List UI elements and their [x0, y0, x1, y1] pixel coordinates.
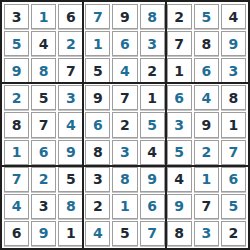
- cell-r2c1[interactable]: 5: [4, 31, 29, 56]
- cell-r2c9[interactable]: 9: [221, 31, 246, 56]
- cell-r7c2[interactable]: 2: [31, 167, 56, 192]
- cell-r1c3[interactable]: 6: [58, 4, 83, 29]
- cell-r5c5[interactable]: 2: [112, 112, 137, 137]
- cell-value: 7: [66, 64, 76, 78]
- cell-value: 8: [120, 172, 130, 186]
- cell-value: 1: [201, 172, 211, 186]
- cell-r4c2[interactable]: 5: [31, 85, 56, 110]
- cell-value: 4: [147, 145, 157, 159]
- cell-value: 6: [201, 64, 211, 78]
- cell-r2c3[interactable]: 2: [58, 31, 83, 56]
- cell-r2c6[interactable]: 3: [140, 31, 165, 56]
- cell-r6c8[interactable]: 2: [194, 140, 219, 165]
- cell-r6c6[interactable]: 4: [140, 140, 165, 165]
- box-divider-vertical-2: [165, 2, 167, 248]
- cell-r3c8[interactable]: 6: [194, 58, 219, 83]
- cell-r7c5[interactable]: 8: [112, 167, 137, 192]
- cell-value: 8: [147, 10, 157, 24]
- cell-value: 1: [66, 226, 76, 240]
- cell-r5c2[interactable]: 7: [31, 112, 56, 137]
- cell-value: 5: [174, 145, 184, 159]
- cell-r9c6[interactable]: 7: [140, 221, 165, 246]
- cell-value: 6: [12, 226, 22, 240]
- cell-r3c6[interactable]: 2: [140, 58, 165, 83]
- cell-r2c7[interactable]: 7: [167, 31, 192, 56]
- cell-value: 6: [174, 91, 184, 105]
- cell-value: 1: [39, 10, 49, 24]
- sudoku-grid: 3167982545421637899875421632539716488746…: [2, 2, 248, 248]
- cell-r4c1[interactable]: 2: [4, 85, 29, 110]
- cell-r2c5[interactable]: 6: [112, 31, 137, 56]
- cell-r1c5[interactable]: 9: [112, 4, 137, 29]
- cell-r6c4[interactable]: 8: [85, 140, 110, 165]
- cell-r6c2[interactable]: 6: [31, 140, 56, 165]
- cell-value: 5: [66, 172, 76, 186]
- cell-r4c3[interactable]: 3: [58, 85, 83, 110]
- cell-r9c5[interactable]: 5: [112, 221, 137, 246]
- cell-value: 4: [174, 172, 184, 186]
- cell-r6c5[interactable]: 3: [112, 140, 137, 165]
- cell-r5c6[interactable]: 5: [140, 112, 165, 137]
- cell-value: 2: [120, 118, 130, 132]
- cell-value: 4: [93, 226, 103, 240]
- cell-value: 3: [174, 118, 184, 132]
- cell-value: 6: [120, 37, 130, 51]
- cell-value: 9: [201, 118, 211, 132]
- cell-r9c3[interactable]: 1: [58, 221, 83, 246]
- cell-value: 3: [147, 37, 157, 51]
- cell-value: 8: [39, 64, 49, 78]
- cell-value: 7: [120, 91, 130, 105]
- cell-value: 3: [201, 226, 211, 240]
- cell-r1c2[interactable]: 1: [31, 4, 56, 29]
- cell-value: 5: [120, 226, 130, 240]
- cell-value: 8: [174, 226, 184, 240]
- cell-r9c8[interactable]: 3: [194, 221, 219, 246]
- cell-value: 8: [229, 91, 239, 105]
- cell-value: 9: [66, 145, 76, 159]
- cell-r9c1[interactable]: 6: [4, 221, 29, 246]
- cell-value: 2: [147, 64, 157, 78]
- cell-value: 7: [174, 37, 184, 51]
- cell-r4c9[interactable]: 8: [221, 85, 246, 110]
- cell-r6c3[interactable]: 9: [58, 140, 83, 165]
- cell-r8c5[interactable]: 1: [112, 194, 137, 219]
- cell-r3c5[interactable]: 4: [112, 58, 137, 83]
- cell-value: 2: [174, 10, 184, 24]
- cell-value: 6: [66, 10, 76, 24]
- cell-value: 1: [229, 118, 239, 132]
- cell-r5c3[interactable]: 4: [58, 112, 83, 137]
- cell-r9c4[interactable]: 4: [85, 221, 110, 246]
- cell-value: 9: [147, 172, 157, 186]
- cell-r3c9[interactable]: 3: [221, 58, 246, 83]
- cell-r7c9[interactable]: 6: [221, 167, 246, 192]
- cell-r4c4[interactable]: 9: [85, 85, 110, 110]
- cell-value: 3: [39, 199, 49, 213]
- cell-r7c7[interactable]: 4: [167, 167, 192, 192]
- cell-r7c4[interactable]: 3: [85, 167, 110, 192]
- cell-r7c3[interactable]: 5: [58, 167, 83, 192]
- cell-r8c8[interactable]: 7: [194, 194, 219, 219]
- cell-r2c4[interactable]: 1: [85, 31, 110, 56]
- cell-r3c4[interactable]: 5: [85, 58, 110, 83]
- cell-value: 8: [93, 145, 103, 159]
- cell-r4c8[interactable]: 4: [194, 85, 219, 110]
- cell-value: 3: [93, 172, 103, 186]
- cell-value: 7: [229, 145, 239, 159]
- cell-r6c7[interactable]: 5: [167, 140, 192, 165]
- cell-r8c2[interactable]: 3: [31, 194, 56, 219]
- cell-value: 1: [93, 37, 103, 51]
- cell-value: 2: [93, 199, 103, 213]
- cell-r7c6[interactable]: 9: [140, 167, 165, 192]
- cell-value: 2: [66, 37, 76, 51]
- cell-r9c2[interactable]: 9: [31, 221, 56, 246]
- cell-value: 7: [147, 226, 157, 240]
- cell-value: 2: [39, 172, 49, 186]
- cell-value: 5: [39, 91, 49, 105]
- cell-r1c1[interactable]: 3: [4, 4, 29, 29]
- cell-value: 7: [201, 199, 211, 213]
- cell-r5c1[interactable]: 8: [4, 112, 29, 137]
- box-divider-vertical-1: [82, 2, 84, 248]
- cell-value: 4: [39, 37, 49, 51]
- cell-value: 5: [93, 64, 103, 78]
- cell-value: 9: [12, 64, 22, 78]
- cell-r9c7[interactable]: 8: [167, 221, 192, 246]
- cell-value: 9: [120, 10, 130, 24]
- sudoku-board: 3167982545421637899875421632539716488746…: [0, 0, 250, 250]
- cell-r4c6[interactable]: 1: [140, 85, 165, 110]
- cell-value: 4: [120, 64, 130, 78]
- cell-r1c7[interactable]: 2: [167, 4, 192, 29]
- cell-value: 3: [12, 10, 22, 24]
- cell-value: 2: [229, 226, 239, 240]
- cell-value: 8: [66, 199, 76, 213]
- cell-r8c1[interactable]: 4: [4, 194, 29, 219]
- cell-r2c8[interactable]: 8: [194, 31, 219, 56]
- cell-value: 4: [12, 199, 22, 213]
- cell-value: 6: [147, 199, 157, 213]
- cell-r9c9[interactable]: 2: [221, 221, 246, 246]
- cell-r7c1[interactable]: 7: [4, 167, 29, 192]
- cell-r5c4[interactable]: 6: [85, 112, 110, 137]
- cell-r8c9[interactable]: 5: [221, 194, 246, 219]
- cell-value: 3: [229, 64, 239, 78]
- cell-r6c1[interactable]: 1: [4, 140, 29, 165]
- cell-r1c6[interactable]: 8: [140, 4, 165, 29]
- cell-r3c7[interactable]: 1: [167, 58, 192, 83]
- cell-value: 6: [39, 145, 49, 159]
- cell-value: 6: [229, 172, 239, 186]
- cell-value: 2: [201, 145, 211, 159]
- cell-r1c4[interactable]: 7: [85, 4, 110, 29]
- cell-value: 1: [174, 64, 184, 78]
- cell-r4c7[interactable]: 6: [167, 85, 192, 110]
- cell-r8c6[interactable]: 6: [140, 194, 165, 219]
- cell-value: 3: [66, 91, 76, 105]
- cell-r5c7[interactable]: 3: [167, 112, 192, 137]
- cell-r1c8[interactable]: 5: [194, 4, 219, 29]
- cell-value: 5: [12, 37, 22, 51]
- cell-value: 9: [93, 91, 103, 105]
- cell-value: 9: [174, 199, 184, 213]
- cell-r6c9[interactable]: 7: [221, 140, 246, 165]
- cell-value: 1: [147, 91, 157, 105]
- cell-r8c7[interactable]: 9: [167, 194, 192, 219]
- box-divider-horizontal-1: [2, 82, 248, 84]
- cell-r3c1[interactable]: 9: [4, 58, 29, 83]
- cell-r5c8[interactable]: 9: [194, 112, 219, 137]
- cell-value: 6: [93, 118, 103, 132]
- cell-value: 8: [12, 118, 22, 132]
- cell-r2c2[interactable]: 4: [31, 31, 56, 56]
- cell-r1c9[interactable]: 4: [221, 4, 246, 29]
- cell-r8c4[interactable]: 2: [85, 194, 110, 219]
- cell-value: 5: [147, 118, 157, 132]
- cell-r4c5[interactable]: 7: [112, 85, 137, 110]
- cell-value: 4: [66, 118, 76, 132]
- cell-value: 9: [229, 37, 239, 51]
- cell-value: 1: [120, 199, 130, 213]
- cell-r5c9[interactable]: 1: [221, 112, 246, 137]
- cell-r7c8[interactable]: 1: [194, 167, 219, 192]
- cell-value: 1: [12, 145, 22, 159]
- cell-value: 7: [39, 118, 49, 132]
- cell-value: 2: [12, 91, 22, 105]
- cell-value: 7: [93, 10, 103, 24]
- cell-value: 4: [201, 91, 211, 105]
- cell-r3c2[interactable]: 8: [31, 58, 56, 83]
- box-divider-horizontal-2: [2, 165, 248, 167]
- cell-value: 4: [229, 10, 239, 24]
- cell-value: 3: [120, 145, 130, 159]
- cell-value: 9: [39, 226, 49, 240]
- cell-r3c3[interactable]: 7: [58, 58, 83, 83]
- cell-value: 7: [12, 172, 22, 186]
- cell-value: 5: [229, 199, 239, 213]
- cell-r8c3[interactable]: 8: [58, 194, 83, 219]
- cell-value: 8: [201, 37, 211, 51]
- cell-value: 5: [201, 10, 211, 24]
